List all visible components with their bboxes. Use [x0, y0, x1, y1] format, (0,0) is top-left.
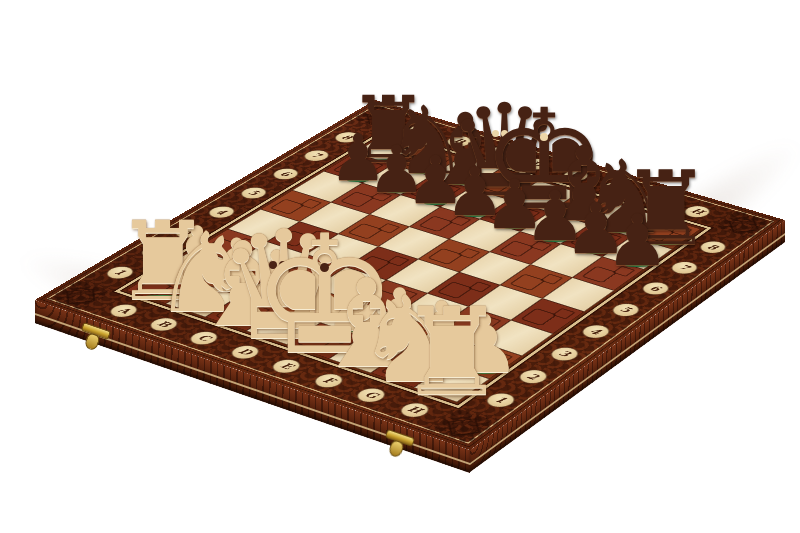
coordinate-label: 6 [647, 284, 664, 293]
rank-label-right: 4 [577, 323, 614, 341]
burned-square-motif [458, 248, 482, 259]
piece-black-pawn-h7[interactable]: ♟ [602, 205, 673, 276]
corner-motif [66, 289, 95, 305]
rank-label-right: 6 [637, 280, 673, 297]
corner-motif [728, 218, 759, 233]
coordinate-label: 4 [587, 327, 604, 336]
rank-label-right: 3 [546, 345, 584, 363]
burned-square-motif [540, 274, 564, 285]
burned-square-motif [551, 308, 575, 320]
coordinate-label: 3 [556, 349, 574, 359]
chess-set-photo: AA88BB77CC66DD55EE44FF33GG22HH11 ♜♞♝♛♚♝♞… [0, 0, 800, 533]
black-pawn-glyph: ♟ [605, 205, 669, 276]
burned-square-motif [509, 274, 546, 291]
piece-white-rook-h1[interactable]: ♜ [391, 293, 512, 414]
coordinate-label: 5 [245, 189, 262, 197]
coordinate-label: 7 [308, 152, 324, 160]
white-rook-glyph: ♜ [398, 293, 506, 414]
burned-square-motif [427, 248, 463, 265]
coordinate-label: 6 [277, 170, 294, 178]
coordinate-label: 5 [617, 305, 634, 314]
rank-label-right: 5 [607, 301, 644, 319]
burned-square-motif [520, 308, 557, 326]
rank-label-left: 6 [268, 166, 303, 181]
coordinate-label: 2 [524, 372, 542, 382]
